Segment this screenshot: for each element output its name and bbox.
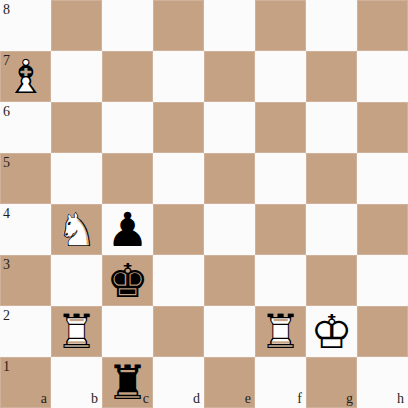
square-f2[interactable]: ♜♖	[255, 306, 306, 357]
white-rook-icon: ♖	[51, 306, 102, 357]
square-h1[interactable]: h	[357, 357, 408, 408]
square-e6[interactable]	[204, 102, 255, 153]
square-a3[interactable]: 3	[0, 255, 51, 306]
square-c1[interactable]: c♜	[102, 357, 153, 408]
square-e1[interactable]: e	[204, 357, 255, 408]
chess-board: 87♝♗654♞♘♟3♚2♜♖♜♖♚♔1abc♜defgh	[0, 0, 408, 408]
white-bishop-icon: ♗	[0, 51, 51, 102]
square-b2[interactable]: ♜♖	[51, 306, 102, 357]
white-knight-icon: ♘	[51, 204, 102, 255]
square-h6[interactable]	[357, 102, 408, 153]
file-label-h: h	[397, 392, 404, 406]
file-label-d: d	[193, 392, 200, 406]
square-g3[interactable]	[306, 255, 357, 306]
rank-label-1: 1	[3, 360, 10, 374]
square-a2[interactable]: 2	[0, 306, 51, 357]
square-d8[interactable]	[153, 0, 204, 51]
square-g8[interactable]	[306, 0, 357, 51]
rank-label-5: 5	[3, 156, 10, 170]
file-label-e: e	[245, 392, 251, 406]
square-h5[interactable]	[357, 153, 408, 204]
black-king-icon: ♚	[102, 255, 153, 306]
square-f4[interactable]	[255, 204, 306, 255]
square-e5[interactable]	[204, 153, 255, 204]
square-a5[interactable]: 5	[0, 153, 51, 204]
rank-label-2: 2	[3, 309, 10, 323]
black-king[interactable]: ♚	[102, 255, 153, 306]
rank-label-4: 4	[3, 207, 10, 221]
square-e4[interactable]	[204, 204, 255, 255]
square-e2[interactable]	[204, 306, 255, 357]
square-b3[interactable]	[51, 255, 102, 306]
white-rook[interactable]: ♜♖	[255, 306, 306, 357]
square-c5[interactable]	[102, 153, 153, 204]
file-label-a: a	[41, 392, 47, 406]
square-f5[interactable]	[255, 153, 306, 204]
square-c2[interactable]	[102, 306, 153, 357]
file-label-g: g	[346, 392, 353, 406]
square-f6[interactable]	[255, 102, 306, 153]
white-knight[interactable]: ♞♘	[51, 204, 102, 255]
square-h2[interactable]	[357, 306, 408, 357]
black-pawn-icon: ♟	[102, 204, 153, 255]
black-rook[interactable]: ♜	[102, 357, 153, 408]
square-h7[interactable]	[357, 51, 408, 102]
rank-label-8: 8	[3, 3, 10, 17]
square-d4[interactable]	[153, 204, 204, 255]
white-king-icon: ♔	[306, 306, 357, 357]
rank-label-6: 6	[3, 105, 10, 119]
square-c7[interactable]	[102, 51, 153, 102]
file-label-f: f	[297, 392, 302, 406]
square-d2[interactable]	[153, 306, 204, 357]
white-rook[interactable]: ♜♖	[51, 306, 102, 357]
square-f1[interactable]: f	[255, 357, 306, 408]
square-g7[interactable]	[306, 51, 357, 102]
square-a4[interactable]: 4	[0, 204, 51, 255]
square-e7[interactable]	[204, 51, 255, 102]
square-e8[interactable]	[204, 0, 255, 51]
square-e3[interactable]	[204, 255, 255, 306]
square-f7[interactable]	[255, 51, 306, 102]
white-bishop[interactable]: ♝♗	[0, 51, 51, 102]
white-king[interactable]: ♚♔	[306, 306, 357, 357]
square-c6[interactable]	[102, 102, 153, 153]
black-rook-icon: ♜	[102, 357, 153, 408]
square-b8[interactable]	[51, 0, 102, 51]
square-g6[interactable]	[306, 102, 357, 153]
square-a1[interactable]: 1a	[0, 357, 51, 408]
square-h8[interactable]	[357, 0, 408, 51]
square-b7[interactable]	[51, 51, 102, 102]
black-pawn[interactable]: ♟	[102, 204, 153, 255]
rank-label-3: 3	[3, 258, 10, 272]
file-label-b: b	[91, 392, 98, 406]
square-c8[interactable]	[102, 0, 153, 51]
square-h3[interactable]	[357, 255, 408, 306]
square-a6[interactable]: 6	[0, 102, 51, 153]
square-b5[interactable]	[51, 153, 102, 204]
square-c4[interactable]: ♟	[102, 204, 153, 255]
square-a7[interactable]: 7♝♗	[0, 51, 51, 102]
square-a8[interactable]: 8	[0, 0, 51, 51]
square-d5[interactable]	[153, 153, 204, 204]
square-g4[interactable]	[306, 204, 357, 255]
white-rook-icon: ♖	[255, 306, 306, 357]
square-b4[interactable]: ♞♘	[51, 204, 102, 255]
square-d1[interactable]: d	[153, 357, 204, 408]
square-d7[interactable]	[153, 51, 204, 102]
square-f8[interactable]	[255, 0, 306, 51]
square-h4[interactable]	[357, 204, 408, 255]
square-g1[interactable]: g	[306, 357, 357, 408]
square-g2[interactable]: ♚♔	[306, 306, 357, 357]
square-d6[interactable]	[153, 102, 204, 153]
square-g5[interactable]	[306, 153, 357, 204]
square-b6[interactable]	[51, 102, 102, 153]
square-d3[interactable]	[153, 255, 204, 306]
square-b1[interactable]: b	[51, 357, 102, 408]
square-f3[interactable]	[255, 255, 306, 306]
square-c3[interactable]: ♚	[102, 255, 153, 306]
